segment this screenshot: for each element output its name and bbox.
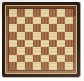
square-c1 <box>25 62 33 70</box>
square-d4 <box>33 40 41 48</box>
square-f7 <box>49 17 57 25</box>
square-f1 <box>49 62 57 70</box>
square-g1 <box>57 62 65 70</box>
square-g5 <box>57 32 65 40</box>
square-d7 <box>33 17 41 25</box>
square-e8 <box>41 9 49 17</box>
square-b8 <box>17 9 25 17</box>
square-e4 <box>41 40 49 48</box>
board-frame <box>2 2 80 77</box>
square-b3 <box>17 47 25 55</box>
square-b7 <box>17 17 25 25</box>
square-h1 <box>65 62 73 70</box>
square-a8 <box>9 9 17 17</box>
square-b5 <box>17 32 25 40</box>
square-a7 <box>9 17 17 25</box>
square-a4 <box>9 40 17 48</box>
square-f2 <box>49 55 57 63</box>
square-g8 <box>57 9 65 17</box>
square-c8 <box>25 9 33 17</box>
square-d8 <box>33 9 41 17</box>
square-h2 <box>65 55 73 63</box>
square-d3 <box>33 47 41 55</box>
square-d5 <box>33 32 41 40</box>
square-b2 <box>17 55 25 63</box>
square-a6 <box>9 24 17 32</box>
square-e3 <box>41 47 49 55</box>
square-b6 <box>17 24 25 32</box>
square-e5 <box>41 32 49 40</box>
square-g7 <box>57 17 65 25</box>
square-h5 <box>65 32 73 40</box>
square-c6 <box>25 24 33 32</box>
square-e2 <box>41 55 49 63</box>
square-a2 <box>9 55 17 63</box>
square-h4 <box>65 40 73 48</box>
square-g2 <box>57 55 65 63</box>
board-border <box>5 5 77 74</box>
square-f3 <box>49 47 57 55</box>
square-c4 <box>25 40 33 48</box>
chessboard-photo <box>0 0 84 81</box>
square-h7 <box>65 17 73 25</box>
square-g4 <box>57 40 65 48</box>
square-e6 <box>41 24 49 32</box>
square-h3 <box>65 47 73 55</box>
square-d2 <box>33 55 41 63</box>
square-d6 <box>33 24 41 32</box>
square-h6 <box>65 24 73 32</box>
square-g6 <box>57 24 65 32</box>
square-d1 <box>33 62 41 70</box>
square-h8 <box>65 9 73 17</box>
square-f5 <box>49 32 57 40</box>
square-e7 <box>41 17 49 25</box>
square-e1 <box>41 62 49 70</box>
square-c2 <box>25 55 33 63</box>
square-c5 <box>25 32 33 40</box>
square-f4 <box>49 40 57 48</box>
square-b4 <box>17 40 25 48</box>
chess-board <box>9 9 73 70</box>
square-c3 <box>25 47 33 55</box>
square-a5 <box>9 32 17 40</box>
square-b1 <box>17 62 25 70</box>
square-f8 <box>49 9 57 17</box>
square-a1 <box>9 62 17 70</box>
square-g3 <box>57 47 65 55</box>
square-f6 <box>49 24 57 32</box>
square-a3 <box>9 47 17 55</box>
square-c7 <box>25 17 33 25</box>
